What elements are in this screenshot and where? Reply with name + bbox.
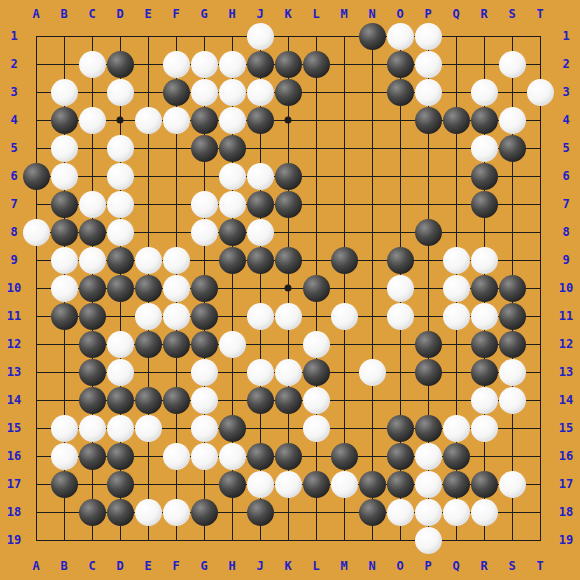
intersection-C17[interactable] bbox=[78, 470, 106, 498]
intersection-O9[interactable] bbox=[386, 246, 414, 274]
intersection-T17[interactable] bbox=[526, 470, 554, 498]
intersection-P3[interactable] bbox=[414, 78, 442, 106]
intersection-T19[interactable] bbox=[526, 526, 554, 554]
intersection-E3[interactable] bbox=[134, 78, 162, 106]
intersection-C16[interactable] bbox=[78, 442, 106, 470]
intersection-H11[interactable] bbox=[218, 302, 246, 330]
intersection-B14[interactable] bbox=[50, 386, 78, 414]
intersection-P9[interactable] bbox=[414, 246, 442, 274]
intersection-D10[interactable] bbox=[106, 274, 134, 302]
intersection-L12[interactable] bbox=[302, 330, 330, 358]
intersection-J1[interactable] bbox=[246, 22, 274, 50]
intersection-S18[interactable] bbox=[498, 498, 526, 526]
intersection-N14[interactable] bbox=[358, 386, 386, 414]
intersection-O19[interactable] bbox=[386, 526, 414, 554]
intersection-O16[interactable] bbox=[386, 442, 414, 470]
intersection-O8[interactable] bbox=[386, 218, 414, 246]
intersection-F9[interactable] bbox=[162, 246, 190, 274]
intersection-N1[interactable] bbox=[358, 22, 386, 50]
intersection-L18[interactable] bbox=[302, 498, 330, 526]
intersection-S9[interactable] bbox=[498, 246, 526, 274]
intersection-Q8[interactable] bbox=[442, 218, 470, 246]
intersection-L10[interactable] bbox=[302, 274, 330, 302]
intersection-Q15[interactable] bbox=[442, 414, 470, 442]
intersection-C5[interactable] bbox=[78, 134, 106, 162]
intersection-G6[interactable] bbox=[190, 162, 218, 190]
intersection-N4[interactable] bbox=[358, 106, 386, 134]
intersection-L4[interactable] bbox=[302, 106, 330, 134]
intersection-D16[interactable] bbox=[106, 442, 134, 470]
intersection-K9[interactable] bbox=[274, 246, 302, 274]
intersection-K10[interactable] bbox=[274, 274, 302, 302]
intersection-S3[interactable] bbox=[498, 78, 526, 106]
intersection-N7[interactable] bbox=[358, 190, 386, 218]
intersection-D5[interactable] bbox=[106, 134, 134, 162]
intersection-F1[interactable] bbox=[162, 22, 190, 50]
intersection-R19[interactable] bbox=[470, 526, 498, 554]
intersection-A17[interactable] bbox=[22, 470, 50, 498]
intersection-A8[interactable] bbox=[22, 218, 50, 246]
intersection-K1[interactable] bbox=[274, 22, 302, 50]
intersection-N8[interactable] bbox=[358, 218, 386, 246]
intersection-Q12[interactable] bbox=[442, 330, 470, 358]
intersection-O18[interactable] bbox=[386, 498, 414, 526]
intersection-F4[interactable] bbox=[162, 106, 190, 134]
intersection-K15[interactable] bbox=[274, 414, 302, 442]
intersection-L15[interactable] bbox=[302, 414, 330, 442]
intersection-E9[interactable] bbox=[134, 246, 162, 274]
intersection-O11[interactable] bbox=[386, 302, 414, 330]
intersection-E10[interactable] bbox=[134, 274, 162, 302]
intersection-A7[interactable] bbox=[22, 190, 50, 218]
intersection-C9[interactable] bbox=[78, 246, 106, 274]
intersection-H2[interactable] bbox=[218, 50, 246, 78]
intersection-L9[interactable] bbox=[302, 246, 330, 274]
intersection-B19[interactable] bbox=[50, 526, 78, 554]
intersection-F7[interactable] bbox=[162, 190, 190, 218]
intersection-P7[interactable] bbox=[414, 190, 442, 218]
intersection-G7[interactable] bbox=[190, 190, 218, 218]
intersection-H10[interactable] bbox=[218, 274, 246, 302]
intersection-P17[interactable] bbox=[414, 470, 442, 498]
intersection-G4[interactable] bbox=[190, 106, 218, 134]
intersection-J12[interactable] bbox=[246, 330, 274, 358]
intersection-R15[interactable] bbox=[470, 414, 498, 442]
intersection-R14[interactable] bbox=[470, 386, 498, 414]
intersection-G15[interactable] bbox=[190, 414, 218, 442]
intersection-F6[interactable] bbox=[162, 162, 190, 190]
intersection-D1[interactable] bbox=[106, 22, 134, 50]
intersection-C3[interactable] bbox=[78, 78, 106, 106]
intersection-B10[interactable] bbox=[50, 274, 78, 302]
intersection-T16[interactable] bbox=[526, 442, 554, 470]
intersection-E15[interactable] bbox=[134, 414, 162, 442]
intersection-L3[interactable] bbox=[302, 78, 330, 106]
intersection-R9[interactable] bbox=[470, 246, 498, 274]
intersection-O12[interactable] bbox=[386, 330, 414, 358]
intersection-S16[interactable] bbox=[498, 442, 526, 470]
intersection-Q10[interactable] bbox=[442, 274, 470, 302]
intersection-T10[interactable] bbox=[526, 274, 554, 302]
intersection-F3[interactable] bbox=[162, 78, 190, 106]
intersection-F15[interactable] bbox=[162, 414, 190, 442]
intersection-H19[interactable] bbox=[218, 526, 246, 554]
intersection-P8[interactable] bbox=[414, 218, 442, 246]
intersection-L16[interactable] bbox=[302, 442, 330, 470]
intersection-H12[interactable] bbox=[218, 330, 246, 358]
intersection-T9[interactable] bbox=[526, 246, 554, 274]
intersection-D9[interactable] bbox=[106, 246, 134, 274]
intersection-M13[interactable] bbox=[330, 358, 358, 386]
intersection-A6[interactable] bbox=[22, 162, 50, 190]
intersection-E2[interactable] bbox=[134, 50, 162, 78]
intersection-H6[interactable] bbox=[218, 162, 246, 190]
intersection-A2[interactable] bbox=[22, 50, 50, 78]
intersection-E19[interactable] bbox=[134, 526, 162, 554]
intersection-H9[interactable] bbox=[218, 246, 246, 274]
intersection-P14[interactable] bbox=[414, 386, 442, 414]
intersection-H13[interactable] bbox=[218, 358, 246, 386]
intersection-H4[interactable] bbox=[218, 106, 246, 134]
intersection-C11[interactable] bbox=[78, 302, 106, 330]
intersection-T6[interactable] bbox=[526, 162, 554, 190]
intersection-S2[interactable] bbox=[498, 50, 526, 78]
intersection-G17[interactable] bbox=[190, 470, 218, 498]
intersection-Q6[interactable] bbox=[442, 162, 470, 190]
intersection-O3[interactable] bbox=[386, 78, 414, 106]
intersection-O17[interactable] bbox=[386, 470, 414, 498]
intersection-G16[interactable] bbox=[190, 442, 218, 470]
intersection-Q14[interactable] bbox=[442, 386, 470, 414]
intersection-E18[interactable] bbox=[134, 498, 162, 526]
intersection-R13[interactable] bbox=[470, 358, 498, 386]
intersection-A14[interactable] bbox=[22, 386, 50, 414]
intersection-J5[interactable] bbox=[246, 134, 274, 162]
intersection-J10[interactable] bbox=[246, 274, 274, 302]
intersection-S15[interactable] bbox=[498, 414, 526, 442]
intersection-E12[interactable] bbox=[134, 330, 162, 358]
intersection-J19[interactable] bbox=[246, 526, 274, 554]
intersection-K17[interactable] bbox=[274, 470, 302, 498]
intersection-E7[interactable] bbox=[134, 190, 162, 218]
intersection-N2[interactable] bbox=[358, 50, 386, 78]
intersection-M7[interactable] bbox=[330, 190, 358, 218]
intersection-L1[interactable] bbox=[302, 22, 330, 50]
intersection-K5[interactable] bbox=[274, 134, 302, 162]
intersection-C10[interactable] bbox=[78, 274, 106, 302]
intersection-H3[interactable] bbox=[218, 78, 246, 106]
intersection-D7[interactable] bbox=[106, 190, 134, 218]
intersection-H7[interactable] bbox=[218, 190, 246, 218]
intersection-S12[interactable] bbox=[498, 330, 526, 358]
intersection-T2[interactable] bbox=[526, 50, 554, 78]
intersection-H16[interactable] bbox=[218, 442, 246, 470]
intersection-M5[interactable] bbox=[330, 134, 358, 162]
intersection-G11[interactable] bbox=[190, 302, 218, 330]
intersection-E8[interactable] bbox=[134, 218, 162, 246]
intersection-B17[interactable] bbox=[50, 470, 78, 498]
intersection-J15[interactable] bbox=[246, 414, 274, 442]
intersection-J6[interactable] bbox=[246, 162, 274, 190]
intersection-H18[interactable] bbox=[218, 498, 246, 526]
intersection-K7[interactable] bbox=[274, 190, 302, 218]
intersection-M15[interactable] bbox=[330, 414, 358, 442]
intersection-J18[interactable] bbox=[246, 498, 274, 526]
intersection-P4[interactable] bbox=[414, 106, 442, 134]
intersection-C2[interactable] bbox=[78, 50, 106, 78]
intersection-G19[interactable] bbox=[190, 526, 218, 554]
intersection-O4[interactable] bbox=[386, 106, 414, 134]
intersection-E4[interactable] bbox=[134, 106, 162, 134]
intersection-N15[interactable] bbox=[358, 414, 386, 442]
intersection-D12[interactable] bbox=[106, 330, 134, 358]
intersection-E6[interactable] bbox=[134, 162, 162, 190]
intersection-N18[interactable] bbox=[358, 498, 386, 526]
intersection-K4[interactable] bbox=[274, 106, 302, 134]
intersection-J3[interactable] bbox=[246, 78, 274, 106]
intersection-D17[interactable] bbox=[106, 470, 134, 498]
intersection-N16[interactable] bbox=[358, 442, 386, 470]
intersection-D11[interactable] bbox=[106, 302, 134, 330]
intersection-R10[interactable] bbox=[470, 274, 498, 302]
intersection-J7[interactable] bbox=[246, 190, 274, 218]
intersection-P5[interactable] bbox=[414, 134, 442, 162]
intersection-K14[interactable] bbox=[274, 386, 302, 414]
intersection-G18[interactable] bbox=[190, 498, 218, 526]
intersection-D3[interactable] bbox=[106, 78, 134, 106]
intersection-D2[interactable] bbox=[106, 50, 134, 78]
intersection-D6[interactable] bbox=[106, 162, 134, 190]
intersection-M10[interactable] bbox=[330, 274, 358, 302]
intersection-Q2[interactable] bbox=[442, 50, 470, 78]
intersection-O10[interactable] bbox=[386, 274, 414, 302]
intersection-Q11[interactable] bbox=[442, 302, 470, 330]
intersection-A16[interactable] bbox=[22, 442, 50, 470]
intersection-M11[interactable] bbox=[330, 302, 358, 330]
intersection-T11[interactable] bbox=[526, 302, 554, 330]
intersection-P1[interactable] bbox=[414, 22, 442, 50]
intersection-Q7[interactable] bbox=[442, 190, 470, 218]
intersection-C1[interactable] bbox=[78, 22, 106, 50]
intersection-M14[interactable] bbox=[330, 386, 358, 414]
intersection-H17[interactable] bbox=[218, 470, 246, 498]
intersection-D8[interactable] bbox=[106, 218, 134, 246]
intersection-C13[interactable] bbox=[78, 358, 106, 386]
intersection-B5[interactable] bbox=[50, 134, 78, 162]
intersection-G5[interactable] bbox=[190, 134, 218, 162]
intersection-L14[interactable] bbox=[302, 386, 330, 414]
intersection-Q4[interactable] bbox=[442, 106, 470, 134]
intersection-R11[interactable] bbox=[470, 302, 498, 330]
intersection-P12[interactable] bbox=[414, 330, 442, 358]
intersection-R3[interactable] bbox=[470, 78, 498, 106]
intersection-O1[interactable] bbox=[386, 22, 414, 50]
intersection-N19[interactable] bbox=[358, 526, 386, 554]
intersection-G2[interactable] bbox=[190, 50, 218, 78]
intersection-L7[interactable] bbox=[302, 190, 330, 218]
intersection-T7[interactable] bbox=[526, 190, 554, 218]
intersection-C6[interactable] bbox=[78, 162, 106, 190]
intersection-K19[interactable] bbox=[274, 526, 302, 554]
intersection-H14[interactable] bbox=[218, 386, 246, 414]
intersection-K16[interactable] bbox=[274, 442, 302, 470]
intersection-R8[interactable] bbox=[470, 218, 498, 246]
intersection-B16[interactable] bbox=[50, 442, 78, 470]
intersection-E13[interactable] bbox=[134, 358, 162, 386]
intersection-N13[interactable] bbox=[358, 358, 386, 386]
intersection-O13[interactable] bbox=[386, 358, 414, 386]
intersection-R12[interactable] bbox=[470, 330, 498, 358]
intersection-A3[interactable] bbox=[22, 78, 50, 106]
intersection-R5[interactable] bbox=[470, 134, 498, 162]
intersection-M3[interactable] bbox=[330, 78, 358, 106]
intersection-F12[interactable] bbox=[162, 330, 190, 358]
intersection-L8[interactable] bbox=[302, 218, 330, 246]
intersection-H1[interactable] bbox=[218, 22, 246, 50]
intersection-O14[interactable] bbox=[386, 386, 414, 414]
intersection-R7[interactable] bbox=[470, 190, 498, 218]
intersection-A15[interactable] bbox=[22, 414, 50, 442]
intersection-K11[interactable] bbox=[274, 302, 302, 330]
intersection-N12[interactable] bbox=[358, 330, 386, 358]
intersection-R6[interactable] bbox=[470, 162, 498, 190]
intersection-H15[interactable] bbox=[218, 414, 246, 442]
intersection-N9[interactable] bbox=[358, 246, 386, 274]
intersection-F13[interactable] bbox=[162, 358, 190, 386]
intersection-O5[interactable] bbox=[386, 134, 414, 162]
intersection-F16[interactable] bbox=[162, 442, 190, 470]
intersection-R2[interactable] bbox=[470, 50, 498, 78]
intersection-M18[interactable] bbox=[330, 498, 358, 526]
intersection-Q5[interactable] bbox=[442, 134, 470, 162]
intersection-M12[interactable] bbox=[330, 330, 358, 358]
intersection-T8[interactable] bbox=[526, 218, 554, 246]
intersection-A19[interactable] bbox=[22, 526, 50, 554]
intersection-P18[interactable] bbox=[414, 498, 442, 526]
intersection-F19[interactable] bbox=[162, 526, 190, 554]
intersection-G9[interactable] bbox=[190, 246, 218, 274]
intersection-P19[interactable] bbox=[414, 526, 442, 554]
intersection-R18[interactable] bbox=[470, 498, 498, 526]
intersection-F17[interactable] bbox=[162, 470, 190, 498]
intersection-T13[interactable] bbox=[526, 358, 554, 386]
intersection-D13[interactable] bbox=[106, 358, 134, 386]
intersection-P10[interactable] bbox=[414, 274, 442, 302]
intersection-B9[interactable] bbox=[50, 246, 78, 274]
intersection-S14[interactable] bbox=[498, 386, 526, 414]
intersection-Q17[interactable] bbox=[442, 470, 470, 498]
intersection-T15[interactable] bbox=[526, 414, 554, 442]
intersection-S10[interactable] bbox=[498, 274, 526, 302]
intersection-G14[interactable] bbox=[190, 386, 218, 414]
intersection-F10[interactable] bbox=[162, 274, 190, 302]
intersection-T12[interactable] bbox=[526, 330, 554, 358]
intersection-T3[interactable] bbox=[526, 78, 554, 106]
intersection-B7[interactable] bbox=[50, 190, 78, 218]
intersection-K12[interactable] bbox=[274, 330, 302, 358]
intersection-T4[interactable] bbox=[526, 106, 554, 134]
intersection-T1[interactable] bbox=[526, 22, 554, 50]
intersection-C12[interactable] bbox=[78, 330, 106, 358]
intersection-C8[interactable] bbox=[78, 218, 106, 246]
intersection-K2[interactable] bbox=[274, 50, 302, 78]
intersection-Q1[interactable] bbox=[442, 22, 470, 50]
intersection-G13[interactable] bbox=[190, 358, 218, 386]
intersection-B15[interactable] bbox=[50, 414, 78, 442]
intersection-S17[interactable] bbox=[498, 470, 526, 498]
intersection-N3[interactable] bbox=[358, 78, 386, 106]
intersection-B12[interactable] bbox=[50, 330, 78, 358]
intersection-S19[interactable] bbox=[498, 526, 526, 554]
intersection-R4[interactable] bbox=[470, 106, 498, 134]
intersection-B3[interactable] bbox=[50, 78, 78, 106]
intersection-D15[interactable] bbox=[106, 414, 134, 442]
intersection-Q19[interactable] bbox=[442, 526, 470, 554]
intersection-A18[interactable] bbox=[22, 498, 50, 526]
intersection-M9[interactable] bbox=[330, 246, 358, 274]
intersection-N11[interactable] bbox=[358, 302, 386, 330]
intersection-J13[interactable] bbox=[246, 358, 274, 386]
intersection-M4[interactable] bbox=[330, 106, 358, 134]
intersection-A4[interactable] bbox=[22, 106, 50, 134]
intersection-Q16[interactable] bbox=[442, 442, 470, 470]
intersection-J11[interactable] bbox=[246, 302, 274, 330]
intersection-Q18[interactable] bbox=[442, 498, 470, 526]
intersection-F18[interactable] bbox=[162, 498, 190, 526]
intersection-S6[interactable] bbox=[498, 162, 526, 190]
intersection-J8[interactable] bbox=[246, 218, 274, 246]
intersection-C15[interactable] bbox=[78, 414, 106, 442]
intersection-K18[interactable] bbox=[274, 498, 302, 526]
intersection-H5[interactable] bbox=[218, 134, 246, 162]
intersection-S7[interactable] bbox=[498, 190, 526, 218]
intersection-D14[interactable] bbox=[106, 386, 134, 414]
intersection-Q13[interactable] bbox=[442, 358, 470, 386]
intersection-T14[interactable] bbox=[526, 386, 554, 414]
intersection-E14[interactable] bbox=[134, 386, 162, 414]
intersection-F14[interactable] bbox=[162, 386, 190, 414]
intersection-A11[interactable] bbox=[22, 302, 50, 330]
intersection-R1[interactable] bbox=[470, 22, 498, 50]
intersection-R17[interactable] bbox=[470, 470, 498, 498]
intersection-A10[interactable] bbox=[22, 274, 50, 302]
intersection-G8[interactable] bbox=[190, 218, 218, 246]
intersection-J14[interactable] bbox=[246, 386, 274, 414]
intersection-E5[interactable] bbox=[134, 134, 162, 162]
intersection-T18[interactable] bbox=[526, 498, 554, 526]
intersection-P16[interactable] bbox=[414, 442, 442, 470]
intersection-A12[interactable] bbox=[22, 330, 50, 358]
intersection-N10[interactable] bbox=[358, 274, 386, 302]
intersection-L11[interactable] bbox=[302, 302, 330, 330]
intersection-C18[interactable] bbox=[78, 498, 106, 526]
intersection-D18[interactable] bbox=[106, 498, 134, 526]
intersection-J4[interactable] bbox=[246, 106, 274, 134]
intersection-S13[interactable] bbox=[498, 358, 526, 386]
intersection-B8[interactable] bbox=[50, 218, 78, 246]
intersection-S1[interactable] bbox=[498, 22, 526, 50]
intersection-F5[interactable] bbox=[162, 134, 190, 162]
intersection-L6[interactable] bbox=[302, 162, 330, 190]
intersection-F8[interactable] bbox=[162, 218, 190, 246]
intersection-F2[interactable] bbox=[162, 50, 190, 78]
intersection-B11[interactable] bbox=[50, 302, 78, 330]
intersection-C19[interactable] bbox=[78, 526, 106, 554]
intersection-M6[interactable] bbox=[330, 162, 358, 190]
intersection-L17[interactable] bbox=[302, 470, 330, 498]
intersection-K13[interactable] bbox=[274, 358, 302, 386]
intersection-R16[interactable] bbox=[470, 442, 498, 470]
